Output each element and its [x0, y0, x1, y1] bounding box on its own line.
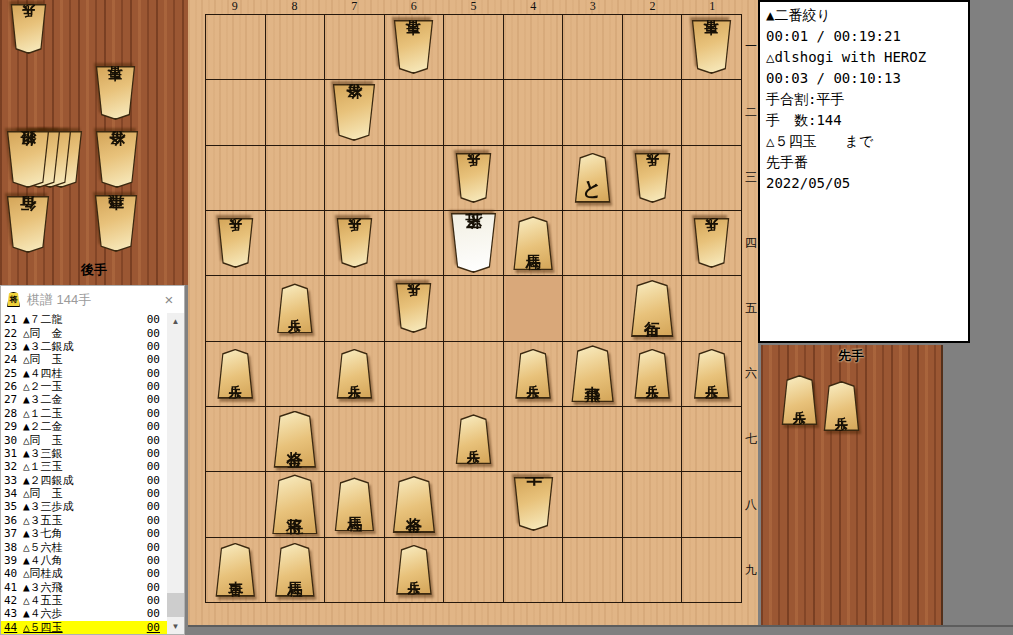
square-66[interactable]: [385, 342, 444, 406]
rank-label-3: 三: [744, 145, 758, 210]
kifu-row-35[interactable]: 35▲３三歩成00: [1, 500, 184, 513]
piece-kanji: 歩兵: [395, 547, 432, 595]
piece-kanji: 歩兵: [693, 351, 730, 399]
move-time: 00: [144, 527, 160, 540]
rank-label-2: 二: [744, 79, 758, 144]
info-line-2: 00:01 / 00:19:21: [766, 26, 962, 47]
gote-歩兵-piece[interactable]: 歩兵: [336, 218, 373, 268]
close-icon[interactable]: ×: [160, 291, 178, 308]
piece-kanji: 香車: [215, 545, 256, 597]
piece-kanji: 歩兵: [455, 416, 492, 464]
file-label-5: 5: [444, 0, 504, 14]
square-14[interactable]: 歩兵: [682, 211, 741, 275]
piece-kanji: 歩兵: [693, 218, 730, 266]
move-time: 00: [144, 327, 160, 340]
square-33[interactable]: と: [563, 146, 622, 210]
piece-kanji: 歩兵: [395, 283, 432, 331]
piece-shape: 歩兵: [781, 375, 818, 425]
piece-shape: 歩兵: [693, 349, 730, 399]
board-background: 987654321 一二三四五六七八九 香車香車金将歩兵と歩兵歩兵歩兵王将桂馬歩…: [188, 0, 758, 625]
kifu-row-28[interactable]: 28△１二玉00: [1, 407, 184, 420]
kifu-row-42[interactable]: 42△４五玉00: [1, 594, 184, 607]
file-label-2: 2: [623, 0, 683, 14]
sente-歩兵-piece[interactable]: 歩兵: [395, 545, 432, 595]
piece-kanji: 桂馬: [274, 545, 315, 597]
move-number: 30: [4, 434, 23, 447]
square-46[interactable]: 歩兵: [504, 342, 563, 406]
bottom-strip: [188, 625, 1013, 635]
move-time: 00: [144, 460, 160, 473]
captured-gote-金将[interactable]: 金将: [95, 131, 139, 188]
square-65[interactable]: 歩兵: [385, 276, 444, 340]
square-35[interactable]: [563, 276, 622, 340]
square-79[interactable]: [325, 538, 384, 602]
square-39[interactable]: [563, 538, 622, 602]
piece-shape: 歩兵: [395, 283, 432, 333]
square-99[interactable]: 香車: [206, 538, 265, 602]
piece-kanji: 歩兵: [217, 218, 254, 266]
square-74[interactable]: 歩兵: [325, 211, 384, 275]
gote-王将-piece[interactable]: 王将: [450, 213, 497, 273]
piece-kanji: 歩兵: [634, 153, 671, 201]
captured-gote-香車[interactable]: 香車: [95, 66, 136, 120]
square-48[interactable]: 圭: [504, 472, 563, 536]
square-17[interactable]: [682, 407, 741, 471]
gote-香車-piece[interactable]: 香車: [691, 20, 732, 74]
kifu-row-26[interactable]: 26△２一玉00: [1, 380, 184, 393]
piece-shape: 飛車: [571, 345, 615, 402]
piece-kanji: 歩兵: [781, 377, 818, 425]
file-label-9: 9: [205, 0, 265, 14]
piece-shape: 歩兵: [823, 381, 860, 431]
square-15[interactable]: [682, 276, 741, 340]
piece-kanji: 王将: [450, 213, 497, 271]
move-number: 31: [4, 447, 23, 460]
move-number: 28: [4, 407, 23, 420]
kifu-window-icon: 将: [7, 292, 20, 307]
info-line-5: 手合割:平手: [766, 89, 962, 110]
piece-shape: 歩兵: [336, 349, 373, 399]
square-76[interactable]: 歩兵: [325, 342, 384, 406]
square-78[interactable]: 桂馬: [325, 472, 384, 536]
square-64[interactable]: [385, 211, 444, 275]
rank-label-9: 九: [744, 538, 758, 603]
kifu-row-25[interactable]: 25▲４四桂00: [1, 367, 184, 380]
sente-tray-label: 先手: [761, 347, 941, 365]
move-number: 33: [4, 474, 23, 487]
square-28[interactable]: [623, 472, 682, 536]
piece-kanji: と: [574, 155, 611, 203]
square-51[interactable]: [444, 15, 503, 79]
move-text: △５四玉: [23, 620, 144, 634]
square-19[interactable]: [682, 538, 741, 602]
square-34[interactable]: [563, 211, 622, 275]
move-time: 00: [144, 447, 160, 460]
piece-shape: 歩兵: [10, 4, 47, 54]
square-67[interactable]: [385, 407, 444, 471]
kifu-row-39[interactable]: 39▲４八角00: [1, 554, 184, 567]
piece-shape: 桂馬: [274, 543, 315, 597]
move-number: 32: [4, 460, 23, 473]
gote-歩兵-piece[interactable]: 歩兵: [217, 218, 254, 268]
move-number: 36: [4, 514, 23, 527]
square-31[interactable]: [563, 15, 622, 79]
piece-kanji: 金将: [332, 84, 376, 139]
file-label-6: 6: [384, 0, 444, 14]
square-24[interactable]: [623, 211, 682, 275]
rank-label-1: 一: [744, 14, 758, 79]
square-94[interactable]: 歩兵: [206, 211, 265, 275]
piece-kanji: 歩兵: [276, 285, 313, 333]
move-number: 40: [4, 567, 23, 580]
square-58[interactable]: [444, 472, 503, 536]
captured-sente-歩兵[interactable]: 歩兵: [823, 381, 860, 431]
scrollbar-thumb[interactable]: [167, 593, 184, 617]
piece-kanji: 香車: [393, 20, 434, 72]
rank-label-8: 八: [744, 472, 758, 537]
piece-shape: 歩兵: [455, 153, 492, 203]
square-83[interactable]: [266, 146, 325, 210]
square-37[interactable]: [563, 407, 622, 471]
piece-kanji: 角行: [6, 196, 50, 251]
gote-captured-tray: 後手 歩兵香車銀将銀将銀将銀将金将角行飛車: [0, 0, 188, 285]
kifu-row-30[interactable]: 30△同 玉00: [1, 433, 184, 446]
piece-shape: 角行: [6, 196, 50, 253]
move-number: 27: [4, 393, 23, 406]
square-62[interactable]: [385, 80, 444, 144]
kifu-row-24[interactable]: 24△同 玉00: [1, 353, 184, 366]
move-time: 00: [144, 367, 160, 380]
square-61[interactable]: 香車: [385, 15, 444, 79]
move-time: 00: [144, 581, 160, 594]
piece-kanji: 飛車: [94, 195, 138, 250]
sente-飛車-piece[interactable]: 飛車: [571, 345, 615, 402]
piece-kanji: 桂馬: [334, 480, 375, 532]
game-info-panel: ▲二番絞り00:01 / 00:19:21△dlshogi with HEROZ…: [758, 0, 970, 343]
piece-kanji: 歩兵: [455, 153, 492, 201]
sente-桂馬-piece[interactable]: 桂馬: [513, 216, 554, 270]
square-49[interactable]: [504, 538, 563, 602]
info-line-1: ▲二番絞り: [766, 5, 962, 26]
square-73[interactable]: [325, 146, 384, 210]
kifu-window: 将 棋譜 144手 × 21▲７二龍0022△同 金0023▲３二銀成0024△…: [0, 285, 185, 635]
captured-gote-銀将[interactable]: 銀将: [6, 131, 50, 188]
kifu-titlebar[interactable]: 将 棋譜 144手 ×: [1, 286, 184, 313]
move-time: 00: [144, 474, 160, 487]
piece-shape: 桂馬: [334, 477, 375, 531]
square-12[interactable]: [682, 80, 741, 144]
square-11[interactable]: 香車: [682, 15, 741, 79]
move-time: 00: [144, 607, 160, 620]
move-time: 00: [144, 567, 160, 580]
piece-shape: 角行: [630, 280, 674, 337]
square-59[interactable]: [444, 538, 503, 602]
move-number: 37: [4, 527, 23, 540]
square-45[interactable]: [504, 276, 563, 340]
kifu-row-32[interactable]: 32△１三玉00: [1, 460, 184, 473]
square-23[interactable]: 歩兵: [623, 146, 682, 210]
info-line-8: 先手番: [766, 152, 962, 173]
move-time: 00: [144, 380, 160, 393]
info-line-9: 2022/05/05: [766, 173, 962, 194]
rank-label-6: 六: [744, 341, 758, 406]
piece-shape: 金将: [95, 131, 139, 188]
move-time: 00: [144, 487, 160, 500]
piece-kanji: 金将: [392, 478, 436, 533]
piece-shape: 香車: [95, 66, 136, 120]
file-label-3: 3: [563, 0, 623, 14]
square-53[interactable]: 歩兵: [444, 146, 503, 210]
piece-kanji: 銀将: [6, 131, 50, 186]
move-time: 00: [144, 313, 160, 326]
square-43[interactable]: [504, 146, 563, 210]
kifu-row-36[interactable]: 36△３五玉00: [1, 514, 184, 527]
piece-shape: 王将: [450, 213, 497, 273]
sente-captured-tray: 先手 歩兵歩兵: [761, 345, 943, 625]
square-44[interactable]: 桂馬: [504, 211, 563, 275]
square-21[interactable]: [623, 15, 682, 79]
move-number: 24: [4, 353, 23, 366]
square-13[interactable]: [682, 146, 741, 210]
move-time: 00: [144, 353, 160, 366]
square-36[interactable]: 飛車: [563, 342, 622, 406]
sente-歩兵-piece[interactable]: 歩兵: [217, 349, 254, 399]
gote-tray-label: 後手: [0, 261, 188, 279]
sente-歩兵-piece[interactable]: 歩兵: [276, 283, 313, 333]
scroll-down-icon[interactable]: ▼: [167, 618, 184, 634]
sente-金将-piece[interactable]: 金将: [273, 411, 317, 468]
move-number: 21: [4, 313, 23, 326]
move-time: 00: [144, 554, 160, 567]
rank-label-5: 五: [744, 276, 758, 341]
square-81[interactable]: [266, 15, 325, 79]
square-68[interactable]: 金将: [385, 472, 444, 536]
file-label-4: 4: [503, 0, 563, 14]
square-22[interactable]: [623, 80, 682, 144]
square-38[interactable]: [563, 472, 622, 536]
square-55[interactable]: [444, 276, 503, 340]
piece-shape: 金将: [332, 84, 376, 141]
info-line-4: 00:03 / 00:10:13: [766, 68, 962, 89]
square-18[interactable]: [682, 472, 741, 536]
piece-shape: 圭: [513, 477, 554, 531]
sente-歩兵-piece[interactable]: 歩兵: [693, 349, 730, 399]
move-number: 39: [4, 554, 23, 567]
info-line-3: △dlshogi with HEROZ: [766, 47, 962, 68]
piece-kanji: 歩兵: [336, 351, 373, 399]
square-16[interactable]: 歩兵: [682, 342, 741, 406]
move-number: 38: [4, 541, 23, 554]
piece-shape: 歩兵: [336, 218, 373, 268]
piece-shape: 歩兵: [217, 349, 254, 399]
square-54[interactable]: 王将: [444, 211, 503, 275]
piece-kanji: 香車: [95, 66, 136, 118]
file-labels: 987654321: [205, 0, 742, 14]
info-line-7: △５四玉 まで: [766, 131, 962, 152]
info-line-6: 手 数:144: [766, 110, 962, 131]
square-75[interactable]: [325, 276, 384, 340]
square-98[interactable]: [206, 472, 265, 536]
move-number: 34: [4, 487, 23, 500]
kifu-row-29[interactable]: 29▲２二金00: [1, 420, 184, 433]
sente-桂馬-piece[interactable]: 桂馬: [334, 477, 375, 531]
square-32[interactable]: [563, 80, 622, 144]
square-42[interactable]: [504, 80, 563, 144]
sente-金将-piece[interactable]: 金将: [392, 476, 436, 533]
square-69[interactable]: 歩兵: [385, 538, 444, 602]
square-41[interactable]: [504, 15, 563, 79]
move-number: 22: [4, 327, 23, 340]
piece-shape: 桂馬: [513, 216, 554, 270]
kifu-row-41[interactable]: 41▲３六飛00: [1, 581, 184, 594]
kifu-row-21[interactable]: 21▲７二龍00: [1, 313, 184, 326]
gote-圭-piece[interactable]: 圭: [513, 477, 554, 531]
shogi-app: 987654321 一二三四五六七八九 香車香車金将歩兵と歩兵歩兵歩兵王将桂馬歩…: [0, 0, 1013, 635]
square-52[interactable]: [444, 80, 503, 144]
file-label-8: 8: [265, 0, 325, 14]
sente-角行-piece[interactable]: 角行: [630, 280, 674, 337]
kifu-row-44[interactable]: 44△５四玉00: [1, 621, 184, 634]
kifu-row-23[interactable]: 23▲３二銀成00: [1, 340, 184, 353]
piece-shape: 香車: [215, 543, 256, 597]
move-time: 00: [144, 594, 160, 607]
gote-香車-piece[interactable]: 香車: [393, 20, 434, 74]
square-95[interactable]: [206, 276, 265, 340]
square-27[interactable]: [623, 407, 682, 471]
piece-kanji: 歩兵: [217, 351, 254, 399]
kifu-row-34[interactable]: 34△同 玉00: [1, 487, 184, 500]
square-29[interactable]: [623, 538, 682, 602]
sente-歩兵-piece[interactable]: 歩兵: [634, 349, 671, 399]
captured-sente-歩兵[interactable]: 歩兵: [781, 375, 818, 425]
square-57[interactable]: 歩兵: [444, 407, 503, 471]
gote-金将-piece[interactable]: 金将: [332, 84, 376, 141]
kifu-row-37[interactable]: 37▲３七角00: [1, 527, 184, 540]
move-number: 41: [4, 581, 23, 594]
piece-kanji: 歩兵: [336, 218, 373, 266]
square-91[interactable]: [206, 15, 265, 79]
square-47[interactable]: [504, 407, 563, 471]
piece-shape: 歩兵: [276, 283, 313, 333]
kifu-row-43[interactable]: 43▲４六歩00: [1, 607, 184, 620]
piece-kanji: 歩兵: [515, 351, 552, 399]
kifu-row-40[interactable]: 40△同桂成00: [1, 567, 184, 580]
square-71[interactable]: [325, 15, 384, 79]
sente-歩兵-piece[interactable]: 歩兵: [515, 349, 552, 399]
rank-label-7: 七: [744, 407, 758, 472]
kifu-row-22[interactable]: 22△同 金00: [1, 326, 184, 339]
sente-桂馬-piece[interactable]: 桂馬: [274, 543, 315, 597]
square-87[interactable]: 金将: [266, 407, 325, 471]
piece-shape: 金将: [392, 476, 436, 533]
piece-kanji: 飛車: [571, 348, 615, 403]
piece-shape: 香車: [691, 20, 732, 74]
piece-kanji: 桂馬: [513, 218, 554, 270]
sente-と-piece[interactable]: と: [574, 153, 611, 203]
piece-shape: 飛車: [94, 195, 138, 252]
square-77[interactable]: [325, 407, 384, 471]
rank-label-4: 四: [744, 210, 758, 275]
sente-歩兵-piece[interactable]: 歩兵: [455, 414, 492, 464]
move-number: 43: [4, 607, 23, 620]
square-88[interactable]: 玉将: [266, 472, 325, 536]
move-time: 00: [144, 340, 160, 353]
piece-shape: 玉将: [271, 474, 318, 534]
piece-kanji: 金将: [273, 413, 317, 468]
kifu-row-33[interactable]: 33▲２四銀成00: [1, 474, 184, 487]
gote-歩兵-piece[interactable]: 歩兵: [693, 218, 730, 268]
square-56[interactable]: [444, 342, 503, 406]
piece-shape: 歩兵: [515, 349, 552, 399]
piece-kanji: 角行: [630, 282, 674, 337]
sente-歩兵-piece[interactable]: 歩兵: [336, 349, 373, 399]
piece-shape: 香車: [393, 20, 434, 74]
piece-shape: 歩兵: [693, 218, 730, 268]
square-84[interactable]: [266, 211, 325, 275]
sente-香車-piece[interactable]: 香車: [215, 543, 256, 597]
rank-labels: 一二三四五六七八九: [744, 14, 758, 603]
square-82[interactable]: [266, 80, 325, 144]
kifu-row-31[interactable]: 31▲３三銀00: [1, 447, 184, 460]
move-time: 00: [144, 541, 160, 554]
move-number: 26: [4, 380, 23, 393]
piece-shape: と: [574, 153, 611, 203]
gote-歩兵-piece[interactable]: 歩兵: [395, 283, 432, 333]
square-25[interactable]: 角行: [623, 276, 682, 340]
piece-kanji: 香車: [691, 20, 732, 72]
kifu-row-38[interactable]: 38△５六桂00: [1, 540, 184, 553]
file-label-7: 7: [324, 0, 384, 14]
piece-kanji: 歩兵: [10, 4, 47, 52]
move-number: 25: [4, 367, 23, 380]
square-97[interactable]: [206, 407, 265, 471]
piece-shape: 銀将: [6, 131, 50, 188]
shogi-board: 香車香車金将歩兵と歩兵歩兵歩兵王将桂馬歩兵歩兵歩兵角行歩兵歩兵歩兵飛車歩兵歩兵金…: [205, 14, 742, 603]
move-time: 00: [144, 393, 160, 406]
square-85[interactable]: 歩兵: [266, 276, 325, 340]
square-96[interactable]: 歩兵: [206, 342, 265, 406]
piece-shape: 歩兵: [455, 414, 492, 464]
square-63[interactable]: [385, 146, 444, 210]
piece-kanji: 圭: [513, 477, 554, 529]
move-time: 00: [144, 407, 160, 420]
scroll-up-icon[interactable]: ▲: [167, 313, 184, 329]
captured-gote-角行[interactable]: 角行: [6, 196, 50, 253]
piece-shape: 歩兵: [217, 218, 254, 268]
file-label-1: 1: [682, 0, 742, 14]
kifu-row-27[interactable]: 27▲３二金00: [1, 393, 184, 406]
piece-kanji: 金将: [95, 131, 139, 186]
square-72[interactable]: 金将: [325, 80, 384, 144]
piece-shape: 歩兵: [634, 153, 671, 203]
captured-gote-歩兵[interactable]: 歩兵: [10, 4, 47, 54]
move-time: 00: [144, 420, 160, 433]
square-89[interactable]: 桂馬: [266, 538, 325, 602]
square-93[interactable]: [206, 146, 265, 210]
captured-gote-飛車[interactable]: 飛車: [94, 195, 138, 252]
sente-玉将-piece[interactable]: 玉将: [271, 474, 318, 534]
piece-kanji: 玉将: [271, 477, 318, 535]
move-time: 00: [144, 621, 160, 634]
gote-歩兵-piece[interactable]: 歩兵: [455, 153, 492, 203]
gote-歩兵-piece[interactable]: 歩兵: [634, 153, 671, 203]
square-26[interactable]: 歩兵: [623, 342, 682, 406]
kifu-scrollbar[interactable]: ▲ ▼: [167, 313, 184, 634]
move-time: 00: [144, 500, 160, 513]
move-number: 42: [4, 594, 23, 607]
square-86[interactable]: [266, 342, 325, 406]
square-92[interactable]: [206, 80, 265, 144]
